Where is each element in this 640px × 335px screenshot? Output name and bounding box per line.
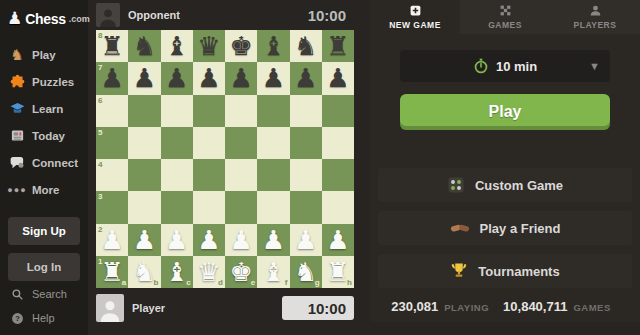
brand-text: Chess [25,11,66,27]
menu-label: Play a Friend [480,221,561,236]
square-c6[interactable] [161,95,193,127]
games-count: 10,840,711 [503,299,567,314]
sidebar-footer: Search ? Help [0,282,88,330]
graduation-cap-icon [9,101,25,116]
white-rook-a1[interactable]: ♜ [96,256,128,288]
square-d8[interactable]: ♛ [193,30,225,62]
square-d2[interactable]: ♟ [193,224,225,256]
white-pawn-g2[interactable]: ♟ [290,224,322,256]
white-pawn-h2[interactable]: ♟ [322,224,354,256]
square-b7[interactable]: ♟ [128,62,160,94]
menu-label: Tournaments [478,264,559,279]
tab-new-game[interactable]: NEW GAME [370,0,460,34]
square-b6[interactable] [128,95,160,127]
tab-label: NEW GAME [389,20,441,30]
chesscom-logo[interactable]: ♟ Chess .com [0,6,88,33]
black-rook-a8[interactable]: ♜ [96,30,128,62]
square-c3[interactable] [161,191,193,223]
person-icon [589,4,602,17]
brand-suffix: .com [69,14,90,24]
white-king-e1[interactable]: ♚ [225,256,257,288]
help-label: Help [32,312,55,324]
black-pawn-h7[interactable]: ♟ [322,62,354,94]
black-pawn-e7[interactable]: ♟ [225,62,257,94]
white-pawn-e2[interactable]: ♟ [225,224,257,256]
sidebar-item-label: Play [32,49,56,61]
sidebar-item-play[interactable]: ♞ Play [0,41,88,68]
opponent-clock: 10:00 [282,3,354,27]
black-pawn-d7[interactable]: ♟ [193,62,225,94]
square-g4[interactable] [290,159,322,191]
square-a5[interactable]: 5 [96,127,128,159]
play-button[interactable]: Play [400,94,610,130]
square-b3[interactable] [128,191,160,223]
square-g2[interactable]: ♟ [290,224,322,256]
player-clock: 10:00 [282,296,354,320]
play-a-friend-button[interactable]: Play a Friend [378,211,632,245]
custom-game-button[interactable]: Custom Game [378,168,632,202]
square-e7[interactable]: ♟ [225,62,257,94]
square-f2[interactable]: ♟ [257,224,289,256]
black-bishop-c8[interactable]: ♝ [161,30,193,62]
black-rook-h8[interactable]: ♜ [322,30,354,62]
black-pawn-f7[interactable]: ♟ [257,62,289,94]
black-pawn-a7[interactable]: ♟ [96,62,128,94]
square-h5[interactable] [322,127,354,159]
sidebar-item-learn[interactable]: Learn [0,95,88,122]
square-c2[interactable]: ♟ [161,224,193,256]
square-a6[interactable]: 6 [96,95,128,127]
menu-label: Custom Game [475,178,563,193]
square-d7[interactable]: ♟ [193,62,225,94]
square-e8[interactable]: ♚ [225,30,257,62]
square-f1[interactable]: f♝ [257,256,289,288]
sidebar-item-connect[interactable]: Connect [0,149,88,176]
square-f7[interactable]: ♟ [257,62,289,94]
square-g3[interactable] [290,191,322,223]
square-h8[interactable]: ♜ [322,30,354,62]
black-pawn-g7[interactable]: ♟ [290,62,322,94]
square-c5[interactable] [161,127,193,159]
square-e1[interactable]: e♚ [225,256,257,288]
square-d4[interactable] [193,159,225,191]
square-h7[interactable]: ♟ [322,62,354,94]
square-b8[interactable]: ♞ [128,30,160,62]
square-h1[interactable]: h♜ [322,256,354,288]
search-control[interactable]: Search [0,282,88,306]
custom-game-icon [447,176,465,194]
search-icon [9,288,25,301]
square-a7[interactable]: 7♟ [96,62,128,94]
time-control-select[interactable]: 10 min ▼ [400,50,610,82]
square-b4[interactable] [128,159,160,191]
tab-players[interactable]: PLAYERS [550,0,640,34]
puzzle-icon [9,74,25,89]
white-pawn-b2[interactable]: ♟ [128,224,160,256]
white-knight-g1[interactable]: ♞ [290,256,322,288]
player-name: Player [132,302,165,314]
white-pawn-d2[interactable]: ♟ [193,224,225,256]
tab-games[interactable]: GAMES [460,0,550,34]
square-d6[interactable] [193,95,225,127]
chess-board: 8♜♞♝♛♚♝♞♜7♟♟♟♟♟♟♟♟65432♟♟♟♟♟♟♟♟1a♜b♞c♝d♛… [96,30,354,288]
opponent-name: Opponent [128,9,180,21]
handshake-icon [450,218,470,238]
square-b1[interactable]: b♞ [128,256,160,288]
pawn-logo-icon: ♟ [7,10,22,27]
square-b2[interactable]: ♟ [128,224,160,256]
square-e2[interactable]: ♟ [225,224,257,256]
square-b5[interactable] [128,127,160,159]
square-e3[interactable] [225,191,257,223]
sidebar-item-label: Puzzles [32,76,74,88]
sidebar-item-label: More [32,184,59,196]
black-queen-d8[interactable]: ♛ [193,30,225,62]
black-king-e8[interactable]: ♚ [225,30,257,62]
rank-coordinate: 5 [98,129,102,137]
black-knight-b8[interactable]: ♞ [128,30,160,62]
help-control[interactable]: ? Help [0,306,88,330]
games-label: GAMES [573,302,610,313]
square-a4[interactable]: 4 [96,159,128,191]
square-g8[interactable]: ♞ [290,30,322,62]
square-c7[interactable]: ♟ [161,62,193,94]
new-game-panel: NEW GAME GAMES PLAYERS 10 min ▼ Play Cus… [370,0,640,322]
square-f6[interactable] [257,95,289,127]
rank-coordinate: 3 [98,193,102,201]
black-pawn-b7[interactable]: ♟ [128,62,160,94]
sidebar: ♟ Chess .com ♞ Play Puzzles Learn [0,0,88,335]
chat-bubble-icon [9,155,25,170]
square-e6[interactable] [225,95,257,127]
playing-count: 230,081 [391,299,438,314]
player-bar: Player 10:00 [96,294,354,322]
square-g6[interactable] [290,95,322,127]
trophy-icon [450,262,468,280]
square-a1[interactable]: 1a♜ [96,256,128,288]
rank-coordinate: 4 [98,161,102,169]
square-d1[interactable]: d♛ [193,256,225,288]
sidebar-nav: ♞ Play Puzzles Learn Today [0,41,88,203]
sidebar-item-today[interactable]: Today [0,122,88,149]
white-rook-h1[interactable]: ♜ [322,256,354,288]
sidebar-item-label: Today [32,130,65,142]
black-knight-g8[interactable]: ♞ [290,30,322,62]
white-pawn-f2[interactable]: ♟ [257,224,289,256]
black-pawn-c7[interactable]: ♟ [161,62,193,94]
white-queen-d1[interactable]: ♛ [193,256,225,288]
square-d3[interactable] [193,191,225,223]
sign-up-button[interactable]: Sign Up [8,217,80,245]
newspaper-icon [9,128,25,143]
chess-app: ♟ Chess .com ♞ Play Puzzles Learn [0,0,640,335]
opponent-avatar [96,3,120,27]
square-f8[interactable]: ♝ [257,30,289,62]
black-bishop-f8[interactable]: ♝ [257,30,289,62]
tab-label: GAMES [488,20,522,30]
time-control-value: 10 min [496,59,537,74]
square-g7[interactable]: ♟ [290,62,322,94]
opponent-bar: Opponent 10:00 [96,2,354,28]
square-a2[interactable]: 2♟ [96,224,128,256]
sidebar-item-label: Connect [32,157,78,169]
square-a8[interactable]: 8♜ [96,30,128,62]
square-c4[interactable] [161,159,193,191]
square-g5[interactable] [290,127,322,159]
search-label: Search [32,288,67,300]
tab-label: PLAYERS [574,20,617,30]
checkerboard-icon [499,4,512,17]
panel-tabs: NEW GAME GAMES PLAYERS [370,0,640,34]
square-h3[interactable] [322,191,354,223]
white-bishop-f1[interactable]: ♝ [257,256,289,288]
player-avatar [96,294,124,322]
sidebar-item-label: Learn [32,103,63,115]
square-a3[interactable]: 3 [96,191,128,223]
square-d5[interactable] [193,127,225,159]
tournaments-button[interactable]: Tournaments [378,254,632,288]
sidebar-item-more[interactable]: ●●● More [0,176,88,203]
rank-coordinate: 6 [98,97,102,105]
ellipsis-icon: ●●● [9,185,25,195]
log-in-button[interactable]: Log In [8,253,80,281]
square-g1[interactable]: g♞ [290,256,322,288]
square-e5[interactable] [225,127,257,159]
board-area: Opponent 10:00 8♜♞♝♛♚♝♞♜7♟♟♟♟♟♟♟♟65432♟♟… [96,2,354,322]
square-e4[interactable] [225,159,257,191]
white-knight-b1[interactable]: ♞ [128,256,160,288]
live-stats: 230,081 PLAYING 10,840,711 GAMES [370,299,640,314]
playing-label: PLAYING [444,302,489,313]
chevron-down-icon: ▼ [589,60,600,72]
square-f3[interactable] [257,191,289,223]
white-bishop-c1[interactable]: ♝ [161,256,193,288]
sidebar-item-puzzles[interactable]: Puzzles [0,68,88,95]
square-h6[interactable] [322,95,354,127]
square-c8[interactable]: ♝ [161,30,193,62]
game-options-menu: Custom Game Play a Friend Tournaments [370,168,640,288]
square-h4[interactable] [322,159,354,191]
square-c1[interactable]: c♝ [161,256,193,288]
help-icon: ? [9,312,25,325]
white-pawn-c2[interactable]: ♟ [161,224,193,256]
svg-text:?: ? [15,314,20,323]
board-plus-icon [409,4,422,17]
square-f4[interactable] [257,159,289,191]
stopwatch-icon [473,58,489,74]
auth-buttons: Sign Up Log In [0,217,88,281]
knight-icon: ♞ [9,47,25,62]
square-f5[interactable] [257,127,289,159]
square-h2[interactable]: ♟ [322,224,354,256]
white-pawn-a2[interactable]: ♟ [96,224,128,256]
